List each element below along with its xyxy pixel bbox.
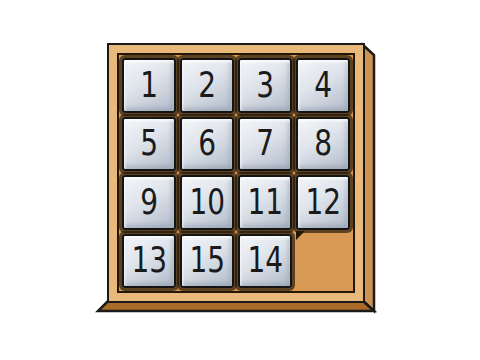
tile-15-label: 15 xyxy=(189,243,225,278)
tile-13[interactable]: 13 xyxy=(122,234,176,289)
tile-5-label: 5 xyxy=(140,126,158,161)
tile-14[interactable]: 14 xyxy=(238,234,292,289)
tile-5[interactable]: 5 xyxy=(122,117,176,172)
tile-1-label: 1 xyxy=(140,68,158,103)
puzzle-scene: 1 2 3 4 5 6 7 8 9 10 11 12 13 15 14 xyxy=(0,0,480,360)
tile-14-label: 14 xyxy=(247,243,283,278)
tile-6[interactable]: 6 xyxy=(180,117,234,172)
tile-8-label: 8 xyxy=(314,126,332,161)
tile-12-label: 12 xyxy=(305,185,341,220)
empty-cell xyxy=(296,234,350,289)
tile-7[interactable]: 7 xyxy=(238,117,292,172)
tile-7-label: 7 xyxy=(256,126,274,161)
tile-1[interactable]: 1 xyxy=(122,58,176,113)
tile-4[interactable]: 4 xyxy=(296,58,350,113)
tile-10[interactable]: 10 xyxy=(180,175,234,230)
tile-9-label: 9 xyxy=(140,185,158,220)
tile-3[interactable]: 3 xyxy=(238,58,292,113)
tile-12[interactable]: 12 xyxy=(296,175,350,230)
board-frame: 1 2 3 4 5 6 7 8 9 10 11 12 13 15 14 xyxy=(107,43,365,303)
board-well: 1 2 3 4 5 6 7 8 9 10 11 12 13 15 14 xyxy=(117,53,355,293)
tile-11[interactable]: 11 xyxy=(238,175,292,230)
tile-2[interactable]: 2 xyxy=(180,58,234,113)
tile-9[interactable]: 9 xyxy=(122,175,176,230)
tile-11-label: 11 xyxy=(247,185,283,220)
tile-6-label: 6 xyxy=(198,126,216,161)
tile-4-label: 4 xyxy=(314,68,332,103)
tile-15[interactable]: 15 xyxy=(180,234,234,289)
tile-10-label: 10 xyxy=(189,185,225,220)
tile-13-label: 13 xyxy=(131,243,167,278)
tile-3-label: 3 xyxy=(256,68,274,103)
tile-2-label: 2 xyxy=(198,68,216,103)
tile-8[interactable]: 8 xyxy=(296,117,350,172)
